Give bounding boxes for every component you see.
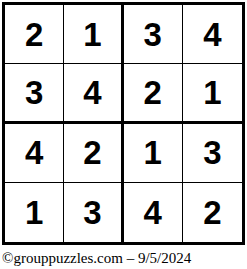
cell-r1c1: 2 [5, 5, 64, 64]
cell-r4c2: 3 [64, 183, 123, 242]
cell-r4c3: 4 [124, 183, 183, 242]
credit-line: ©grouppuzzles.com – 9/5/2024 [2, 250, 191, 267]
sudoku-board: 2 1 3 4 3 4 2 1 4 2 1 3 1 3 4 2 [2, 2, 245, 245]
cell-r1c4: 4 [183, 5, 242, 64]
cell-r2c1: 3 [5, 64, 64, 123]
cell-r2c4: 1 [183, 64, 242, 123]
cell-r3c3: 1 [124, 124, 183, 183]
cell-r3c1: 4 [5, 124, 64, 183]
cell-r3c4: 3 [183, 124, 242, 183]
cell-r2c2: 4 [64, 64, 123, 123]
cell-r1c3: 3 [124, 5, 183, 64]
cell-r4c4: 2 [183, 183, 242, 242]
cell-r3c2: 2 [64, 124, 123, 183]
cell-r1c2: 1 [64, 5, 123, 64]
cell-r4c1: 1 [5, 183, 64, 242]
cell-r2c3: 2 [124, 64, 183, 123]
